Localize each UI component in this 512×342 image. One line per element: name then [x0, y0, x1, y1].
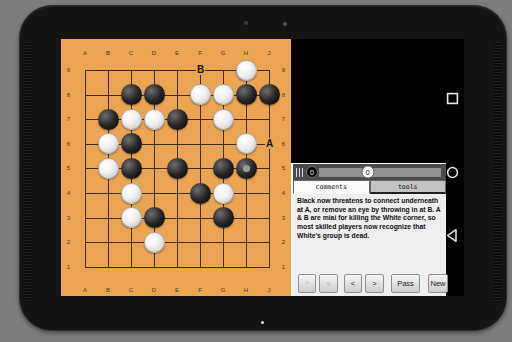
coord-label-bottom: E	[166, 285, 188, 295]
coord-label-bottom: H	[235, 285, 257, 295]
grid-horizontal-line	[85, 193, 270, 194]
black-stone	[259, 84, 280, 105]
coord-label-top: F	[189, 48, 211, 58]
coord-label-top: B	[97, 48, 119, 58]
coord-label-left: 8	[61, 90, 76, 100]
home-circle-icon[interactable]	[446, 165, 459, 183]
coord-label-right: 7	[276, 114, 291, 124]
black-stone	[213, 207, 234, 228]
back-triangle-icon[interactable]	[446, 228, 458, 247]
black-stone	[167, 109, 188, 130]
mic-indicator-icon	[261, 321, 264, 324]
white-stone	[121, 183, 142, 204]
go-board[interactable]: AA99BB88CC77DD66EE55FF44GG33HH22JJ11BA	[61, 39, 291, 296]
coord-label-top: C	[120, 48, 142, 58]
coord-label-bottom: G	[212, 285, 234, 295]
last-move-marker-icon	[243, 165, 250, 172]
black-stone	[121, 84, 142, 105]
coord-label-top: H	[235, 48, 257, 58]
point-label-b: B	[196, 64, 205, 75]
coord-label-top: G	[212, 48, 234, 58]
black-stone	[167, 158, 188, 179]
black-stone	[144, 84, 165, 105]
coord-label-bottom: F	[189, 285, 211, 295]
light-sensor-icon	[283, 22, 287, 26]
drag-handle-icon[interactable]	[296, 168, 304, 177]
coord-label-top: D	[143, 48, 165, 58]
front-camera-icon	[244, 21, 248, 25]
coord-label-left: 1	[61, 262, 76, 272]
white-stone	[213, 109, 234, 130]
white-stone	[236, 133, 257, 154]
comment-text: Black now threatens to connect underneat…	[293, 194, 446, 244]
coord-label-top: J	[258, 48, 280, 58]
tab-tools[interactable]: tools	[370, 180, 447, 194]
new-game-button[interactable]: New	[428, 274, 448, 293]
desktop-background: AA99BB88CC77DD66EE55FF44GG33HH22JJ11BA 0…	[0, 0, 512, 342]
point-label-a: A	[265, 138, 274, 149]
coord-label-top: A	[74, 48, 96, 58]
coord-label-top: E	[166, 48, 188, 58]
panel-tabs: comments tools	[293, 180, 446, 194]
grid-horizontal-line	[85, 218, 270, 219]
coord-label-right: 5	[276, 163, 291, 173]
white-stone	[236, 60, 257, 81]
white-stone	[121, 207, 142, 228]
bezel-grip-right	[494, 42, 502, 302]
white-stone	[144, 232, 165, 253]
coord-label-bottom: A	[74, 285, 96, 295]
coord-label-right: 2	[276, 237, 291, 247]
bezel-grip-left	[23, 42, 31, 302]
nav-down-button: v	[319, 274, 338, 293]
coord-label-right: 3	[276, 213, 291, 223]
black-stone	[213, 158, 234, 179]
white-stone	[98, 133, 119, 154]
coord-label-left: 5	[61, 163, 76, 173]
recents-square-icon[interactable]	[446, 91, 459, 109]
tab-comments[interactable]: comments	[293, 180, 370, 194]
pass-button[interactable]: Pass	[391, 274, 420, 293]
black-captures-badge: 0	[306, 166, 318, 178]
black-stone	[98, 109, 119, 130]
coord-label-right: 9	[276, 65, 291, 75]
white-stone	[190, 84, 211, 105]
control-buttons-row: ^v<>PassNew	[298, 274, 444, 293]
grid-horizontal-line	[85, 242, 270, 243]
coord-label-right: 4	[276, 188, 291, 198]
prev-move-button[interactable]: <	[344, 274, 362, 293]
grid-horizontal-line	[85, 267, 270, 268]
coord-label-left: 6	[61, 139, 76, 149]
coord-label-left: 4	[61, 188, 76, 198]
black-stone	[236, 84, 257, 105]
coord-label-bottom: B	[97, 285, 119, 295]
white-stone	[98, 158, 119, 179]
black-stone	[121, 158, 142, 179]
coord-label-bottom: C	[120, 285, 142, 295]
coord-label-left: 3	[61, 213, 76, 223]
coord-label-right: 6	[276, 139, 291, 149]
tablet-screen: AA99BB88CC77DD66EE55FF44GG33HH22JJ11BA 0…	[61, 39, 464, 296]
tablet-device-frame: AA99BB88CC77DD66EE55FF44GG33HH22JJ11BA 0…	[19, 5, 507, 331]
black-stone	[121, 133, 142, 154]
nav-up-button: ^	[298, 274, 316, 293]
coord-label-right: 1	[276, 262, 291, 272]
next-move-button[interactable]: >	[365, 274, 384, 293]
slider-track[interactable]: 0	[319, 168, 441, 177]
coord-label-bottom: D	[143, 285, 165, 295]
white-stone	[213, 183, 234, 204]
move-slider[interactable]: 0 0	[293, 164, 446, 180]
white-stone	[121, 109, 142, 130]
black-stone	[190, 183, 211, 204]
coord-label-left: 2	[61, 237, 76, 247]
coord-label-bottom: J	[258, 285, 280, 295]
white-stone	[213, 84, 234, 105]
info-panel: 0 0 comments tools Black now threatens t…	[291, 163, 446, 296]
white-captures-badge: 0	[361, 166, 374, 179]
coord-label-left: 7	[61, 114, 76, 124]
white-stone	[144, 109, 165, 130]
black-stone	[144, 207, 165, 228]
coord-label-left: 9	[61, 65, 76, 75]
